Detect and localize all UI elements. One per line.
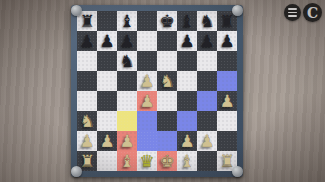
square-h7[interactable]: ♟ [217, 31, 237, 51]
white-king[interactable]: ♚ [159, 153, 174, 170]
white-queen[interactable]: ♛ [139, 153, 154, 170]
table-surface: ♜♝♚♝♞♜♟♟♟♟♟♟♞♟♞♟♟♞♟♟♟♟♟♜♝♛♚♝♜ C [0, 0, 325, 182]
square-b2[interactable]: ♟ [97, 131, 117, 151]
square-b7[interactable]: ♟ [97, 31, 117, 51]
white-pawn[interactable]: ♟ [119, 133, 134, 150]
square-b3[interactable] [97, 111, 117, 131]
white-pawn[interactable]: ♟ [139, 93, 154, 110]
square-e5[interactable]: ♞ [157, 71, 177, 91]
square-c3[interactable] [117, 111, 137, 131]
board-corner-cap [232, 5, 243, 16]
square-e8[interactable]: ♚ [157, 11, 177, 31]
rotate-button[interactable]: C [303, 3, 322, 22]
square-g5[interactable] [197, 71, 217, 91]
black-pawn[interactable]: ♟ [79, 33, 94, 50]
square-f7[interactable]: ♟ [177, 31, 197, 51]
square-c8[interactable]: ♝ [117, 11, 137, 31]
square-e2[interactable] [157, 131, 177, 151]
white-bishop[interactable]: ♝ [119, 153, 134, 170]
white-pawn[interactable]: ♟ [219, 93, 234, 110]
square-h2[interactable] [217, 131, 237, 151]
square-a6[interactable] [77, 51, 97, 71]
square-f3[interactable] [177, 111, 197, 131]
square-g4[interactable] [197, 91, 217, 111]
white-knight[interactable]: ♞ [79, 113, 94, 130]
white-pawn[interactable]: ♟ [99, 133, 114, 150]
black-bishop[interactable]: ♝ [179, 13, 194, 30]
black-pawn[interactable]: ♟ [199, 33, 214, 50]
black-pawn[interactable]: ♟ [99, 33, 114, 50]
square-g2[interactable]: ♟ [197, 131, 217, 151]
square-d8[interactable] [137, 11, 157, 31]
square-a7[interactable]: ♟ [77, 31, 97, 51]
white-pawn[interactable]: ♟ [179, 133, 194, 150]
black-pawn[interactable]: ♟ [179, 33, 194, 50]
square-b6[interactable] [97, 51, 117, 71]
black-rook[interactable]: ♜ [79, 13, 94, 30]
square-c7[interactable]: ♟ [117, 31, 137, 51]
black-king[interactable]: ♚ [159, 13, 174, 30]
square-f5[interactable] [177, 71, 197, 91]
white-pawn[interactable]: ♟ [139, 73, 154, 90]
square-f1[interactable]: ♝ [177, 151, 197, 171]
square-d7[interactable] [137, 31, 157, 51]
square-g6[interactable] [197, 51, 217, 71]
app-screen: { "game": "chess", "view": "top-down 3D … [0, 0, 325, 182]
square-h6[interactable] [217, 51, 237, 71]
square-g8[interactable]: ♞ [197, 11, 217, 31]
black-pawn[interactable]: ♟ [119, 33, 134, 50]
square-c5[interactable] [117, 71, 137, 91]
square-d2[interactable] [137, 131, 157, 151]
square-f4[interactable] [177, 91, 197, 111]
board-corner-cap [71, 166, 82, 177]
square-b8[interactable] [97, 11, 117, 31]
square-c4[interactable] [117, 91, 137, 111]
square-h5[interactable] [217, 71, 237, 91]
square-d4[interactable]: ♟ [137, 91, 157, 111]
menu-button[interactable] [284, 4, 301, 21]
square-b5[interactable] [97, 71, 117, 91]
square-h3[interactable] [217, 111, 237, 131]
square-e6[interactable] [157, 51, 177, 71]
square-f8[interactable]: ♝ [177, 11, 197, 31]
rotate-icon: C [303, 3, 322, 22]
chess-board-frame: ♜♝♚♝♞♜♟♟♟♟♟♟♞♟♞♟♟♞♟♟♟♟♟♜♝♛♚♝♜ [71, 5, 243, 177]
white-pawn[interactable]: ♟ [79, 133, 94, 150]
square-e4[interactable] [157, 91, 177, 111]
white-knight[interactable]: ♞ [159, 73, 174, 90]
square-c1[interactable]: ♝ [117, 151, 137, 171]
white-bishop[interactable]: ♝ [179, 153, 194, 170]
black-pawn[interactable]: ♟ [219, 33, 234, 50]
board-corner-cap [232, 166, 243, 177]
chess-board: ♜♝♚♝♞♜♟♟♟♟♟♟♞♟♞♟♟♞♟♟♟♟♟♜♝♛♚♝♜ [77, 11, 237, 171]
black-bishop[interactable]: ♝ [119, 13, 134, 30]
square-e7[interactable] [157, 31, 177, 51]
square-c2[interactable]: ♟ [117, 131, 137, 151]
black-knight[interactable]: ♞ [199, 13, 214, 30]
board-corner-cap [71, 5, 82, 16]
square-e1[interactable]: ♚ [157, 151, 177, 171]
square-d3[interactable] [137, 111, 157, 131]
black-knight[interactable]: ♞ [119, 53, 134, 70]
square-h4[interactable]: ♟ [217, 91, 237, 111]
square-a3[interactable]: ♞ [77, 111, 97, 131]
square-g3[interactable] [197, 111, 217, 131]
square-d1[interactable]: ♛ [137, 151, 157, 171]
black-rook[interactable]: ♜ [219, 13, 234, 30]
square-a4[interactable] [77, 91, 97, 111]
square-g1[interactable] [197, 151, 217, 171]
square-a5[interactable] [77, 71, 97, 91]
square-b4[interactable] [97, 91, 117, 111]
square-d5[interactable]: ♟ [137, 71, 157, 91]
square-b1[interactable] [97, 151, 117, 171]
hamburger-icon [284, 4, 301, 21]
white-pawn[interactable]: ♟ [199, 133, 214, 150]
square-a2[interactable]: ♟ [77, 131, 97, 151]
square-g7[interactable]: ♟ [197, 31, 217, 51]
white-rook[interactable]: ♜ [79, 153, 94, 170]
square-c6[interactable]: ♞ [117, 51, 137, 71]
square-f2[interactable]: ♟ [177, 131, 197, 151]
square-e3[interactable] [157, 111, 177, 131]
square-f6[interactable] [177, 51, 197, 71]
square-d6[interactable] [137, 51, 157, 71]
